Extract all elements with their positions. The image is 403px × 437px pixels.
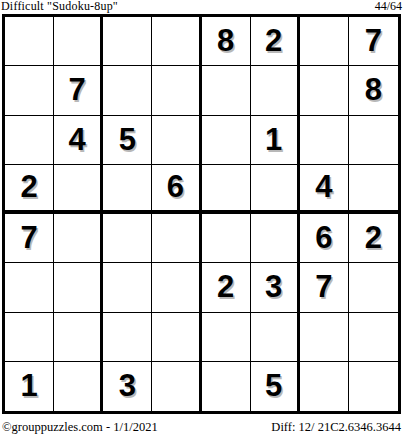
sudoku-cell-given[interactable]: 1 — [251, 116, 300, 165]
sudoku-cell-empty[interactable] — [103, 214, 152, 263]
sudoku-cell-empty[interactable] — [103, 313, 152, 362]
sudoku-cell-empty[interactable] — [5, 313, 54, 362]
sudoku-cell-given[interactable]: 5 — [103, 116, 152, 165]
sudoku-cell-empty[interactable] — [54, 263, 103, 312]
sudoku-cell-empty[interactable] — [300, 66, 349, 115]
sudoku-cell-empty[interactable] — [202, 214, 251, 263]
sudoku-cell-empty[interactable] — [103, 17, 152, 66]
sudoku-page: Difficult "Sudoku-8up" 44/64 82778451264… — [0, 0, 403, 437]
sudoku-cell-empty[interactable] — [152, 214, 201, 263]
sudoku-cell-empty[interactable] — [54, 313, 103, 362]
sudoku-cell-given[interactable]: 2 — [251, 17, 300, 66]
sudoku-cell-empty[interactable] — [349, 165, 398, 214]
sudoku-cell-empty[interactable] — [251, 165, 300, 214]
sudoku-cell-empty[interactable] — [300, 116, 349, 165]
sudoku-cell-given[interactable]: 6 — [152, 165, 201, 214]
sudoku-cell-given[interactable]: 2 — [349, 214, 398, 263]
sudoku-cell-empty[interactable] — [251, 66, 300, 115]
sudoku-cell-given[interactable]: 3 — [251, 263, 300, 312]
sudoku-cell-given[interactable]: 4 — [300, 165, 349, 214]
difficulty-text: Diff: 12/ 21C2.6346.3644 — [271, 420, 401, 434]
page-header: Difficult "Sudoku-8up" 44/64 — [0, 0, 403, 14]
sudoku-cell-empty[interactable] — [5, 263, 54, 312]
sudoku-cell-empty[interactable] — [103, 263, 152, 312]
sudoku-cell-empty[interactable] — [251, 313, 300, 362]
sudoku-cell-empty[interactable] — [300, 17, 349, 66]
sudoku-cell-given[interactable]: 4 — [54, 116, 103, 165]
sudoku-cell-empty[interactable] — [349, 116, 398, 165]
sudoku-cell-empty[interactable] — [152, 313, 201, 362]
sudoku-cell-given[interactable]: 5 — [251, 362, 300, 411]
sudoku-cell-empty[interactable] — [152, 66, 201, 115]
sudoku-cell-empty[interactable] — [251, 214, 300, 263]
sudoku-cell-empty[interactable] — [300, 362, 349, 411]
sudoku-cell-empty[interactable] — [152, 263, 201, 312]
sudoku-cell-empty[interactable] — [349, 263, 398, 312]
sudoku-cell-empty[interactable] — [202, 362, 251, 411]
sudoku-cell-empty[interactable] — [54, 214, 103, 263]
sudoku-cell-empty[interactable] — [103, 165, 152, 214]
sudoku-cell-given[interactable]: 7 — [300, 263, 349, 312]
sudoku-cell-given[interactable]: 7 — [349, 17, 398, 66]
sudoku-board: 82778451264762237135 — [2, 14, 401, 414]
sudoku-cell-empty[interactable] — [202, 313, 251, 362]
sudoku-cell-given[interactable]: 8 — [349, 66, 398, 115]
sudoku-cell-empty[interactable] — [152, 116, 201, 165]
sudoku-cell-given[interactable]: 2 — [5, 165, 54, 214]
sudoku-cell-empty[interactable] — [54, 362, 103, 411]
copyright-text: ©grouppuzzles.com - 1/1/2021 — [2, 420, 158, 434]
sudoku-cell-empty[interactable] — [152, 362, 201, 411]
sudoku-cell-empty[interactable] — [349, 313, 398, 362]
sudoku-cell-given[interactable]: 8 — [202, 17, 251, 66]
sudoku-cell-empty[interactable] — [202, 66, 251, 115]
sudoku-cell-empty[interactable] — [5, 66, 54, 115]
sudoku-cell-empty[interactable] — [202, 116, 251, 165]
puzzle-title: Difficult "Sudoku-8up" — [1, 0, 118, 13]
puzzle-counter: 44/64 — [375, 0, 402, 13]
sudoku-cell-empty[interactable] — [349, 362, 398, 411]
sudoku-cell-empty[interactable] — [300, 313, 349, 362]
sudoku-cell-empty[interactable] — [152, 17, 201, 66]
sudoku-cell-given[interactable]: 7 — [54, 66, 103, 115]
sudoku-cell-empty[interactable] — [5, 17, 54, 66]
sudoku-cell-empty[interactable] — [103, 66, 152, 115]
sudoku-cell-given[interactable]: 7 — [5, 214, 54, 263]
sudoku-cell-empty[interactable] — [54, 17, 103, 66]
page-footer: ©grouppuzzles.com - 1/1/2021 Diff: 12/ 2… — [0, 414, 403, 434]
sudoku-cell-given[interactable]: 3 — [103, 362, 152, 411]
sudoku-cell-given[interactable]: 6 — [300, 214, 349, 263]
sudoku-cell-empty[interactable] — [202, 165, 251, 214]
sudoku-cell-given[interactable]: 2 — [202, 263, 251, 312]
sudoku-cell-given[interactable]: 1 — [5, 362, 54, 411]
sudoku-cell-empty[interactable] — [5, 116, 54, 165]
sudoku-cell-empty[interactable] — [54, 165, 103, 214]
